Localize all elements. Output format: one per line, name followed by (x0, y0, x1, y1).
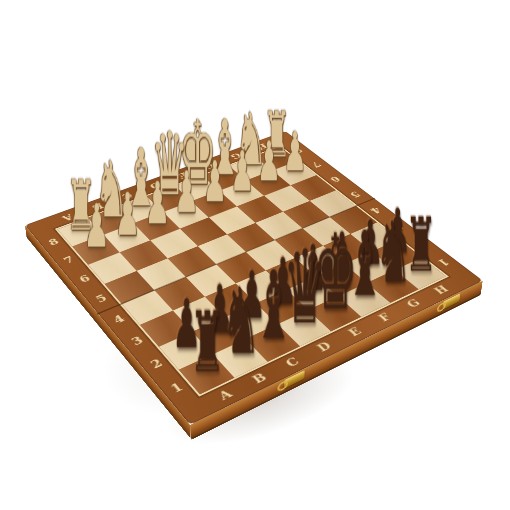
piece-black-rook: ♜ (189, 300, 225, 383)
brass-latch-left (284, 370, 305, 389)
playing-area: ♜♞♝♛♚♝♞♜♟♟♟♟♟♟♟♟♟♟♟♟♟♟♟♟♜♞♝♛♚♝♞♜ (57, 147, 446, 394)
piece-black-knight: ♞ (221, 276, 260, 368)
product-photo: ♜♞♝♛♚♝♞♜♟♟♟♟♟♟♟♟♟♟♟♟♟♟♟♟♜♞♝♛♚♝♞♜ ABCDEFG… (0, 0, 510, 510)
chess-board-case: ♜♞♝♛♚♝♞♜♟♟♟♟♟♟♟♟♟♟♟♟♟♟♟♟♜♞♝♛♚♝♞♜ ABCDEFG… (25, 131, 483, 425)
perspective-scene: ♜♞♝♛♚♝♞♜♟♟♟♟♟♟♟♟♟♟♟♟♟♟♟♟♜♞♝♛♚♝♞♜ ABCDEFG… (0, 0, 510, 510)
